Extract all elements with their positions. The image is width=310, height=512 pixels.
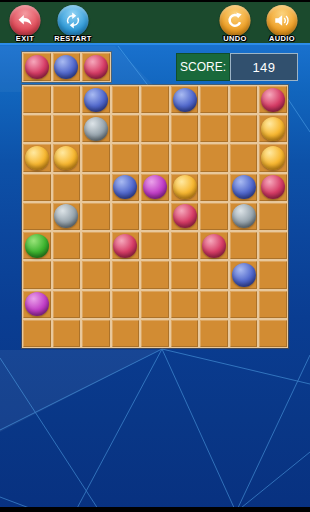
board-cell[interactable] [171, 174, 199, 201]
board-cell[interactable] [171, 291, 199, 318]
restart-refresh-icon [64, 11, 83, 30]
board-cell[interactable] [230, 86, 258, 113]
score-label-text: SCORE: [180, 60, 226, 74]
board-cell[interactable] [230, 144, 258, 171]
board-cell[interactable] [200, 232, 228, 259]
board-cell[interactable] [23, 291, 51, 318]
board-cell[interactable] [200, 174, 228, 201]
next-ball-red [25, 55, 49, 79]
undo-button[interactable]: UNDO [212, 2, 258, 46]
score-value-text: 149 [252, 60, 275, 75]
board-cell[interactable] [53, 174, 81, 201]
board-cell[interactable] [171, 320, 199, 347]
board-cell[interactable] [112, 203, 140, 230]
android-nav-strip [0, 507, 310, 512]
audio-button[interactable]: AUDIO [259, 2, 305, 46]
ball-red[interactable] [261, 88, 285, 112]
board-cell[interactable] [141, 86, 169, 113]
ball-yellow[interactable] [261, 146, 285, 170]
board-cell[interactable] [141, 115, 169, 142]
board-cell[interactable] [171, 203, 199, 230]
board-cell[interactable] [259, 144, 287, 171]
board-cell[interactable] [23, 115, 51, 142]
score-label: SCORE: [176, 53, 230, 81]
ball-blue[interactable] [173, 88, 197, 112]
board-cell[interactable] [200, 291, 228, 318]
ball-red[interactable] [202, 234, 226, 258]
board-cell[interactable] [82, 144, 110, 171]
board-cell[interactable] [82, 320, 110, 347]
board-cell[interactable] [230, 115, 258, 142]
ball-silver[interactable] [84, 117, 108, 141]
score-panel: SCORE: 149 [176, 53, 298, 81]
board-cell[interactable] [259, 86, 287, 113]
restart-button[interactable]: RESTART [50, 2, 96, 46]
board-cell[interactable] [171, 115, 199, 142]
back-arrow-icon [16, 11, 35, 30]
board-cell[interactable] [200, 86, 228, 113]
exit-button-circle [10, 5, 41, 36]
audio-button-circle [267, 5, 298, 36]
board-cell[interactable] [230, 203, 258, 230]
board-cell[interactable] [82, 115, 110, 142]
top-toolbar: EXIT RESTART UNDO [0, 0, 310, 45]
board-cell[interactable] [23, 203, 51, 230]
ball-silver[interactable] [54, 204, 78, 228]
next-ball-red [84, 55, 108, 79]
ball-blue[interactable] [232, 263, 256, 287]
board-cell[interactable] [171, 261, 199, 288]
board-cell[interactable] [112, 86, 140, 113]
board-cell[interactable] [259, 232, 287, 259]
board-cell[interactable] [53, 115, 81, 142]
audio-speaker-icon [273, 11, 292, 30]
exit-button-label: EXIT [2, 34, 48, 43]
board-cell[interactable] [141, 232, 169, 259]
undo-icon [226, 11, 245, 30]
board-cell[interactable] [200, 144, 228, 171]
board-cell[interactable] [82, 174, 110, 201]
board-cell[interactable] [23, 86, 51, 113]
board-cell[interactable] [141, 320, 169, 347]
board-cell[interactable] [53, 144, 81, 171]
ball-yellow[interactable] [25, 146, 49, 170]
board-cell[interactable] [23, 261, 51, 288]
ball-silver[interactable] [232, 204, 256, 228]
ball-yellow[interactable] [173, 175, 197, 199]
undo-button-circle [220, 5, 251, 36]
board-cell[interactable] [53, 232, 81, 259]
board-cell[interactable] [259, 291, 287, 318]
game-board [22, 85, 288, 348]
board-cell[interactable] [141, 144, 169, 171]
board-cell[interactable] [200, 203, 228, 230]
board-cell[interactable] [82, 291, 110, 318]
undo-button-label: UNDO [212, 34, 258, 43]
board-cell[interactable] [171, 232, 199, 259]
ball-blue[interactable] [84, 88, 108, 112]
board-cell[interactable] [112, 115, 140, 142]
board-cell[interactable] [141, 291, 169, 318]
board-cell[interactable] [171, 86, 199, 113]
board-cell[interactable] [82, 203, 110, 230]
ball-red[interactable] [173, 204, 197, 228]
audio-button-label: AUDIO [259, 34, 305, 43]
board-cell[interactable] [259, 174, 287, 201]
board-cell[interactable] [141, 261, 169, 288]
board-cell[interactable] [23, 320, 51, 347]
board-cell[interactable] [200, 115, 228, 142]
next-ball-cell [53, 53, 81, 81]
next-ball-blue [54, 55, 78, 79]
exit-button[interactable]: EXIT [2, 2, 48, 46]
board-cell[interactable] [141, 174, 169, 201]
board-cell[interactable] [141, 203, 169, 230]
board-cell[interactable] [230, 261, 258, 288]
board-cell[interactable] [53, 86, 81, 113]
ball-blue[interactable] [113, 175, 137, 199]
board-cell[interactable] [112, 144, 140, 171]
board-cell[interactable] [53, 203, 81, 230]
board-cell[interactable] [259, 115, 287, 142]
ball-magenta[interactable] [143, 175, 167, 199]
ball-green[interactable] [25, 234, 49, 258]
restart-button-circle [58, 5, 89, 36]
game-screen: EXIT RESTART UNDO [0, 0, 310, 512]
board-cell[interactable] [230, 174, 258, 201]
next-balls-tray [22, 52, 111, 82]
board-cell[interactable] [230, 232, 258, 259]
next-ball-cell [82, 53, 110, 81]
board-cell[interactable] [112, 291, 140, 318]
board-cell[interactable] [171, 144, 199, 171]
board-cell[interactable] [230, 320, 258, 347]
board-cell[interactable] [200, 320, 228, 347]
ball-magenta[interactable] [25, 292, 49, 316]
board-cell[interactable] [259, 261, 287, 288]
next-ball-cell [23, 53, 51, 81]
board-cell[interactable] [112, 261, 140, 288]
ball-yellow[interactable] [261, 117, 285, 141]
ball-yellow[interactable] [54, 146, 78, 170]
board-cell[interactable] [82, 86, 110, 113]
score-value: 149 [230, 53, 298, 81]
ball-red[interactable] [261, 175, 285, 199]
board-cell[interactable] [259, 203, 287, 230]
ball-blue[interactable] [232, 175, 256, 199]
board-cell[interactable] [53, 320, 81, 347]
board-cell[interactable] [259, 320, 287, 347]
board-cell[interactable] [23, 144, 51, 171]
board-cell[interactable] [23, 232, 51, 259]
restart-button-label: RESTART [50, 34, 96, 43]
board-cell[interactable] [112, 320, 140, 347]
board-cell[interactable] [112, 174, 140, 201]
board-cell[interactable] [82, 261, 110, 288]
board-cell[interactable] [23, 174, 51, 201]
board-cell[interactable] [82, 232, 110, 259]
board-cell[interactable] [230, 291, 258, 318]
board-cell[interactable] [53, 291, 81, 318]
ball-red[interactable] [113, 234, 137, 258]
board-cell[interactable] [53, 261, 81, 288]
board-cell[interactable] [112, 232, 140, 259]
board-cell[interactable] [200, 261, 228, 288]
